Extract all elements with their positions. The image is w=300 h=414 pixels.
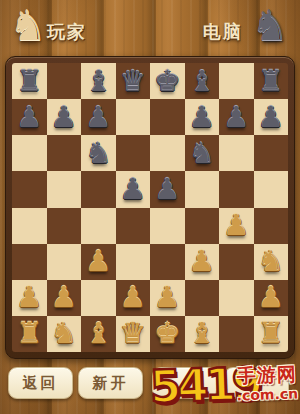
chess-board: ♜♝♛♚♝♜♟♟♟♟♟♟♞♞♟♟♟♟♟♞♟♟♟♟♟♜♞♝♛♚♝♜ bbox=[12, 63, 288, 352]
square-c4[interactable] bbox=[81, 208, 116, 244]
square-a8[interactable]: ♜ bbox=[12, 63, 47, 99]
square-d4[interactable] bbox=[116, 208, 151, 244]
piece-white-bishop: ♝ bbox=[81, 316, 116, 352]
square-g8[interactable] bbox=[219, 63, 254, 99]
piece-white-rook: ♜ bbox=[254, 316, 289, 352]
square-f5[interactable] bbox=[185, 171, 220, 207]
piece-white-pawn: ♟ bbox=[47, 280, 82, 316]
square-d2[interactable]: ♟ bbox=[116, 280, 151, 316]
piece-white-pawn: ♟ bbox=[81, 244, 116, 280]
square-e7[interactable] bbox=[150, 99, 185, 135]
square-a3[interactable] bbox=[12, 244, 47, 280]
square-c3[interactable]: ♟ bbox=[81, 244, 116, 280]
piece-black-pawn: ♟ bbox=[254, 99, 289, 135]
square-c6[interactable]: ♞ bbox=[81, 135, 116, 171]
piece-black-pawn: ♟ bbox=[116, 171, 151, 207]
square-d3[interactable] bbox=[116, 244, 151, 280]
square-d6[interactable] bbox=[116, 135, 151, 171]
piece-white-queen: ♛ bbox=[116, 316, 151, 352]
piece-black-rook: ♜ bbox=[12, 63, 47, 99]
square-h3[interactable]: ♞ bbox=[254, 244, 289, 280]
piece-white-pawn: ♟ bbox=[12, 280, 47, 316]
square-e2[interactable]: ♟ bbox=[150, 280, 185, 316]
piece-black-bishop: ♝ bbox=[185, 63, 220, 99]
piece-black-pawn: ♟ bbox=[12, 99, 47, 135]
square-e4[interactable] bbox=[150, 208, 185, 244]
square-g4[interactable]: ♟ bbox=[219, 208, 254, 244]
piece-black-knight: ♞ bbox=[185, 135, 220, 171]
player-knight-icon: ♞ bbox=[6, 2, 50, 50]
square-a7[interactable]: ♟ bbox=[12, 99, 47, 135]
square-c8[interactable]: ♝ bbox=[81, 63, 116, 99]
square-h5[interactable] bbox=[254, 171, 289, 207]
square-g5[interactable] bbox=[219, 171, 254, 207]
piece-black-bishop: ♝ bbox=[81, 63, 116, 99]
square-g6[interactable] bbox=[219, 135, 254, 171]
square-e5[interactable]: ♟ bbox=[150, 171, 185, 207]
square-f3[interactable]: ♟ bbox=[185, 244, 220, 280]
square-b6[interactable] bbox=[47, 135, 82, 171]
square-b4[interactable] bbox=[47, 208, 82, 244]
piece-white-pawn: ♟ bbox=[219, 208, 254, 244]
square-d8[interactable]: ♛ bbox=[116, 63, 151, 99]
piece-black-queen: ♛ bbox=[116, 63, 151, 99]
square-a5[interactable] bbox=[12, 171, 47, 207]
square-b3[interactable] bbox=[47, 244, 82, 280]
square-f6[interactable]: ♞ bbox=[185, 135, 220, 171]
square-f8[interactable]: ♝ bbox=[185, 63, 220, 99]
square-d5[interactable]: ♟ bbox=[116, 171, 151, 207]
piece-white-knight: ♞ bbox=[254, 244, 289, 280]
board-frame: ♜♝♛♚♝♜♟♟♟♟♟♟♞♞♟♟♟♟♟♞♟♟♟♟♟♜♞♝♛♚♝♜ bbox=[5, 56, 295, 359]
square-b7[interactable]: ♟ bbox=[47, 99, 82, 135]
square-c2[interactable] bbox=[81, 280, 116, 316]
watermark-domain: .com.cn bbox=[236, 385, 299, 403]
piece-white-pawn: ♟ bbox=[185, 244, 220, 280]
square-g1[interactable] bbox=[219, 316, 254, 352]
square-b8[interactable] bbox=[47, 63, 82, 99]
square-e8[interactable]: ♚ bbox=[150, 63, 185, 99]
piece-black-pawn: ♟ bbox=[81, 99, 116, 135]
app-background: ♞ 玩家 电脑 ♞ ♜♝♛♚♝♜♟♟♟♟♟♟♞♞♟♟♟♟♟♞♟♟♟♟♟♜♞♝♛♚… bbox=[0, 0, 300, 414]
square-e6[interactable] bbox=[150, 135, 185, 171]
square-h7[interactable]: ♟ bbox=[254, 99, 289, 135]
square-f2[interactable] bbox=[185, 280, 220, 316]
square-d1[interactable]: ♛ bbox=[116, 316, 151, 352]
square-f4[interactable] bbox=[185, 208, 220, 244]
piece-black-pawn: ♟ bbox=[185, 99, 220, 135]
square-g3[interactable] bbox=[219, 244, 254, 280]
computer-label: 电脑 bbox=[203, 20, 243, 44]
back-button[interactable]: 返回 bbox=[8, 367, 73, 399]
piece-white-pawn: ♟ bbox=[150, 280, 185, 316]
square-b5[interactable] bbox=[47, 171, 82, 207]
square-g7[interactable]: ♟ bbox=[219, 99, 254, 135]
square-c7[interactable]: ♟ bbox=[81, 99, 116, 135]
piece-white-knight: ♞ bbox=[47, 316, 82, 352]
piece-white-pawn: ♟ bbox=[116, 280, 151, 316]
watermark: 5419 手游网 .com.cn bbox=[147, 353, 300, 414]
square-a6[interactable] bbox=[12, 135, 47, 171]
piece-black-knight: ♞ bbox=[81, 135, 116, 171]
piece-white-pawn: ♟ bbox=[254, 280, 289, 316]
piece-black-rook: ♜ bbox=[254, 63, 289, 99]
square-h1[interactable]: ♜ bbox=[254, 316, 289, 352]
square-f1[interactable]: ♝ bbox=[185, 316, 220, 352]
piece-white-king: ♚ bbox=[150, 316, 185, 352]
square-e3[interactable] bbox=[150, 244, 185, 280]
square-e1[interactable]: ♚ bbox=[150, 316, 185, 352]
square-a1[interactable]: ♜ bbox=[12, 316, 47, 352]
square-c1[interactable]: ♝ bbox=[81, 316, 116, 352]
computer-knight-icon: ♞ bbox=[248, 2, 292, 50]
square-g2[interactable] bbox=[219, 280, 254, 316]
piece-black-pawn: ♟ bbox=[150, 171, 185, 207]
square-h8[interactable]: ♜ bbox=[254, 63, 289, 99]
square-a2[interactable]: ♟ bbox=[12, 280, 47, 316]
piece-black-king: ♚ bbox=[150, 63, 185, 99]
square-b2[interactable]: ♟ bbox=[47, 280, 82, 316]
square-h6[interactable] bbox=[254, 135, 289, 171]
player-label: 玩家 bbox=[47, 20, 87, 44]
piece-white-rook: ♜ bbox=[12, 316, 47, 352]
square-f7[interactable]: ♟ bbox=[185, 99, 220, 135]
square-h2[interactable]: ♟ bbox=[254, 280, 289, 316]
piece-black-pawn: ♟ bbox=[219, 99, 254, 135]
square-d7[interactable] bbox=[116, 99, 151, 135]
square-c5[interactable] bbox=[81, 171, 116, 207]
square-b1[interactable]: ♞ bbox=[47, 316, 82, 352]
new-game-button[interactable]: 新开 bbox=[78, 367, 143, 399]
piece-white-bishop: ♝ bbox=[185, 316, 220, 352]
square-a4[interactable] bbox=[12, 208, 47, 244]
piece-black-pawn: ♟ bbox=[47, 99, 82, 135]
square-h4[interactable] bbox=[254, 208, 289, 244]
